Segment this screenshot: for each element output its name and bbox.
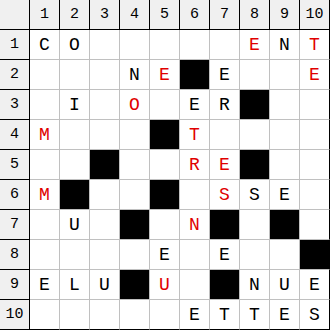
col-header-1: 1 [30,0,60,30]
cell-r1c6[interactable] [180,30,210,60]
cell-r2c2[interactable] [60,60,90,90]
col-header-4: 4 [120,0,150,30]
cell-r10c9[interactable]: E [270,300,300,330]
cell-r8c2[interactable] [60,240,90,270]
row-header-3: 3 [0,90,30,120]
cell-r10c5[interactable] [150,300,180,330]
cell-r10c6[interactable]: E [180,300,210,330]
cell-r2c5[interactable]: E [150,60,180,90]
cell-r4c6[interactable]: T [180,120,210,150]
cell-r4c7[interactable] [210,120,240,150]
cell-r9c1[interactable]: E [30,270,60,300]
cell-r5c1[interactable] [30,150,60,180]
row-header-2: 2 [0,60,30,90]
cell-r3c10[interactable] [300,90,330,120]
cell-r1c5[interactable] [150,30,180,60]
cell-r2c7[interactable]: E [210,60,240,90]
cell-r2c3[interactable] [90,60,120,90]
cell-r9c5[interactable]: U [150,270,180,300]
cell-r1c7[interactable] [210,30,240,60]
cell-r3c6[interactable]: E [180,90,210,120]
row-header-10: 10 [0,300,30,330]
cell-r6c7[interactable]: S [210,180,240,210]
cell-r10c3[interactable] [90,300,120,330]
col-header-9: 9 [270,0,300,30]
cell-r9c8[interactable]: N [240,270,270,300]
block-cell-r6c2 [60,180,90,210]
col-header-2: 2 [60,0,90,30]
cell-r4c2[interactable] [60,120,90,150]
cell-r6c1[interactable]: M [30,180,60,210]
row-header-4: 4 [0,120,30,150]
cell-r8c8[interactable] [240,240,270,270]
cell-r7c8[interactable] [240,210,270,240]
cell-r8c6[interactable] [180,240,210,270]
cell-r5c6[interactable]: R [180,150,210,180]
cell-r10c2[interactable] [60,300,90,330]
col-header-10: 10 [300,0,330,30]
cell-r4c3[interactable] [90,120,120,150]
row-header-9: 9 [0,270,30,300]
cell-r9c2[interactable]: L [60,270,90,300]
block-cell-r7c9 [270,210,300,240]
cell-r6c9[interactable]: E [270,180,300,210]
cell-r8c9[interactable] [270,240,300,270]
cell-r5c5[interactable] [150,150,180,180]
col-header-5: 5 [150,0,180,30]
block-cell-r7c4 [120,210,150,240]
cell-r3c1[interactable] [30,90,60,120]
cell-r2c10[interactable]: E [300,60,330,90]
cell-r9c10[interactable]: E [300,270,330,300]
cell-r7c3[interactable] [90,210,120,240]
cell-r5c9[interactable] [270,150,300,180]
cell-r7c10[interactable] [300,210,330,240]
col-header-7: 7 [210,0,240,30]
cell-r8c3[interactable] [90,240,120,270]
grid-corner [0,0,30,30]
cell-r10c10[interactable]: S [300,300,330,330]
cell-r2c9[interactable] [270,60,300,90]
col-header-6: 6 [180,0,210,30]
cell-r3c5[interactable] [150,90,180,120]
cell-r5c4[interactable] [120,150,150,180]
cell-r4c10[interactable] [300,120,330,150]
row-header-8: 8 [0,240,30,270]
cell-r8c1[interactable] [30,240,60,270]
cell-r8c7[interactable]: E [210,240,240,270]
cell-r4c1[interactable]: M [30,120,60,150]
cell-r1c1[interactable]: C [30,30,60,60]
cell-r3c2[interactable]: I [60,90,90,120]
cell-r6c10[interactable] [300,180,330,210]
cell-r3c9[interactable] [270,90,300,120]
cell-r5c10[interactable] [300,150,330,180]
cell-r6c3[interactable] [90,180,120,210]
block-cell-r7c7 [210,210,240,240]
block-cell-r5c3 [90,150,120,180]
cell-r1c9[interactable]: N [270,30,300,60]
cell-r3c7[interactable]: R [210,90,240,120]
cell-r10c1[interactable] [30,300,60,330]
cell-r6c6[interactable] [180,180,210,210]
cell-r10c4[interactable] [120,300,150,330]
cell-r4c9[interactable] [270,120,300,150]
cell-r10c7[interactable]: T [210,300,240,330]
cell-r2c1[interactable] [30,60,60,90]
col-header-3: 3 [90,0,120,30]
cell-r1c2[interactable]: O [60,30,90,60]
cell-r2c4[interactable]: N [120,60,150,90]
cell-r10c8[interactable]: T [240,300,270,330]
block-cell-r5c8 [240,150,270,180]
cell-r5c7[interactable]: E [210,150,240,180]
cell-r7c5[interactable] [150,210,180,240]
cell-r7c6[interactable]: N [180,210,210,240]
cell-r6c8[interactable]: S [240,180,270,210]
row-header-1: 1 [0,30,30,60]
cell-r1c10[interactable]: T [300,30,330,60]
cell-r9c3[interactable]: U [90,270,120,300]
cell-r6c4[interactable] [120,180,150,210]
block-cell-r8c10 [300,240,330,270]
cell-r7c2[interactable]: U [60,210,90,240]
block-cell-r3c8 [240,90,270,120]
cell-r4c4[interactable] [120,120,150,150]
cell-r3c3[interactable] [90,90,120,120]
block-cell-r2c6 [180,60,210,90]
cell-r9c6[interactable] [180,270,210,300]
cell-r8c5[interactable]: E [150,240,180,270]
cell-r3c4[interactable]: O [120,90,150,120]
row-header-7: 7 [0,210,30,240]
cell-r1c3[interactable] [90,30,120,60]
cell-r5c2[interactable] [60,150,90,180]
cell-r1c4[interactable] [120,30,150,60]
cell-r8c4[interactable] [120,240,150,270]
col-header-8: 8 [240,0,270,30]
row-header-6: 6 [0,180,30,210]
row-header-5: 5 [0,150,30,180]
block-cell-r6c5 [150,180,180,210]
block-cell-r4c5 [150,120,180,150]
cell-r2c8[interactable] [240,60,270,90]
block-cell-r9c4 [120,270,150,300]
cell-r9c9[interactable]: U [270,270,300,300]
block-cell-r9c7 [210,270,240,300]
cell-r4c8[interactable] [240,120,270,150]
cell-r1c8[interactable]: E [240,30,270,60]
crossword-grid: 123456789101COENT2NEEE3IOER4MT5RE6MSSE7U… [0,0,330,330]
cell-r7c1[interactable] [30,210,60,240]
